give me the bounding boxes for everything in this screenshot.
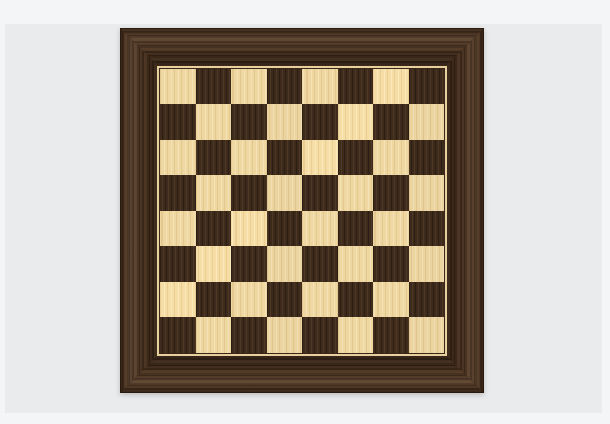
square-h8[interactable] — [409, 69, 445, 105]
square-a6[interactable] — [160, 140, 196, 176]
square-f1[interactable] — [338, 317, 374, 353]
square-d6[interactable] — [267, 140, 303, 176]
square-g6[interactable] — [373, 140, 409, 176]
square-a5[interactable] — [160, 175, 196, 211]
square-f6[interactable] — [338, 140, 374, 176]
square-e1[interactable] — [302, 317, 338, 353]
square-f8[interactable] — [338, 69, 374, 105]
square-e4[interactable] — [302, 211, 338, 247]
square-b5[interactable] — [196, 175, 232, 211]
square-c5[interactable] — [231, 175, 267, 211]
square-e5[interactable] — [302, 175, 338, 211]
board-frame-bottom — [120, 356, 484, 393]
square-h3[interactable] — [409, 246, 445, 282]
chess-board — [120, 28, 484, 393]
square-c3[interactable] — [231, 246, 267, 282]
square-a8[interactable] — [160, 69, 196, 105]
square-a2[interactable] — [160, 282, 196, 318]
square-f7[interactable] — [338, 104, 374, 140]
board-frame-top — [120, 28, 484, 65]
square-f5[interactable] — [338, 175, 374, 211]
square-c4[interactable] — [231, 211, 267, 247]
square-a7[interactable] — [160, 104, 196, 140]
square-f3[interactable] — [338, 246, 374, 282]
square-b2[interactable] — [196, 282, 232, 318]
square-h5[interactable] — [409, 175, 445, 211]
square-e7[interactable] — [302, 104, 338, 140]
square-g3[interactable] — [373, 246, 409, 282]
board-frame-right — [447, 28, 484, 393]
square-e2[interactable] — [302, 282, 338, 318]
square-d5[interactable] — [267, 175, 303, 211]
square-d7[interactable] — [267, 104, 303, 140]
square-f2[interactable] — [338, 282, 374, 318]
square-g1[interactable] — [373, 317, 409, 353]
square-b3[interactable] — [196, 246, 232, 282]
square-d1[interactable] — [267, 317, 303, 353]
square-d3[interactable] — [267, 246, 303, 282]
square-a3[interactable] — [160, 246, 196, 282]
square-f4[interactable] — [338, 211, 374, 247]
square-d4[interactable] — [267, 211, 303, 247]
board-squares — [160, 69, 444, 353]
product-photo: Wooden chess board with dark wenge frame… — [0, 0, 610, 424]
square-g8[interactable] — [373, 69, 409, 105]
square-e6[interactable] — [302, 140, 338, 176]
square-h7[interactable] — [409, 104, 445, 140]
square-c8[interactable] — [231, 69, 267, 105]
square-b1[interactable] — [196, 317, 232, 353]
square-c6[interactable] — [231, 140, 267, 176]
square-g5[interactable] — [373, 175, 409, 211]
board-caption: Wooden chess board with dark wenge frame… — [0, 0, 1, 1]
square-b7[interactable] — [196, 104, 232, 140]
square-c7[interactable] — [231, 104, 267, 140]
square-d8[interactable] — [267, 69, 303, 105]
board-inner-area — [157, 65, 447, 356]
square-b8[interactable] — [196, 69, 232, 105]
square-e8[interactable] — [302, 69, 338, 105]
square-a4[interactable] — [160, 211, 196, 247]
square-c1[interactable] — [231, 317, 267, 353]
square-d2[interactable] — [267, 282, 303, 318]
square-a1[interactable] — [160, 317, 196, 353]
square-g2[interactable] — [373, 282, 409, 318]
square-e3[interactable] — [302, 246, 338, 282]
board-frame-left — [120, 28, 157, 393]
square-h2[interactable] — [409, 282, 445, 318]
square-b6[interactable] — [196, 140, 232, 176]
square-g4[interactable] — [373, 211, 409, 247]
square-h1[interactable] — [409, 317, 445, 353]
square-h4[interactable] — [409, 211, 445, 247]
square-b4[interactable] — [196, 211, 232, 247]
board-inlay-line — [157, 66, 447, 356]
square-c2[interactable] — [231, 282, 267, 318]
square-h6[interactable] — [409, 140, 445, 176]
square-g7[interactable] — [373, 104, 409, 140]
